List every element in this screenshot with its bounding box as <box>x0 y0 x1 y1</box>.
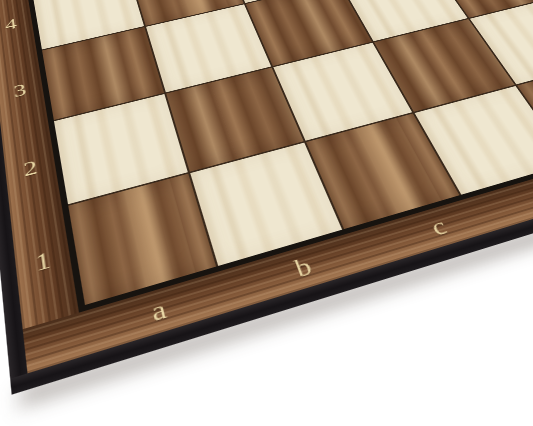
chessboard: 4 3 2 1 a b c <box>0 0 533 416</box>
chessboard-product-photo: 4 3 2 1 a b c <box>0 0 533 426</box>
